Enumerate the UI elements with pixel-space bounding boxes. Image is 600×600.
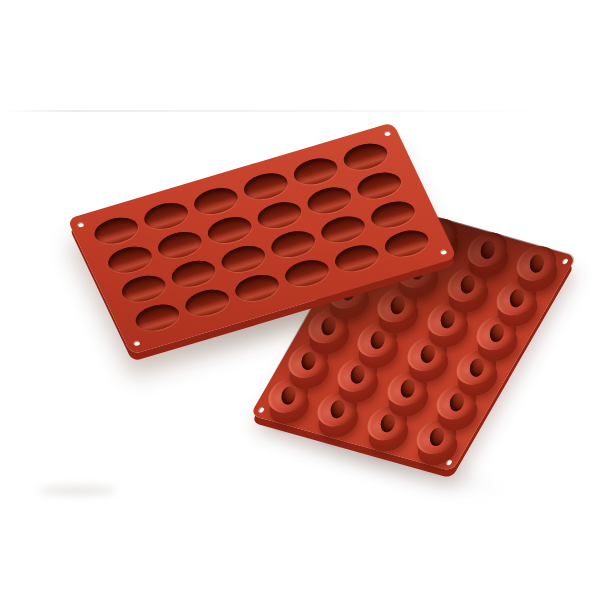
bump-dimple <box>480 240 495 260</box>
mold-cavity <box>153 227 206 262</box>
bump-dimple <box>400 379 415 399</box>
bump-dimple <box>510 289 525 309</box>
mold-cavity <box>303 182 356 217</box>
mold-cavity <box>203 212 256 247</box>
mold-cavity <box>316 211 369 246</box>
bump-dimple <box>460 275 475 295</box>
mold-cavity <box>117 271 170 306</box>
bump-dimple <box>370 330 385 350</box>
bump-dimple <box>420 344 435 364</box>
bump-dimple <box>430 427 445 447</box>
mold-cavity <box>239 168 292 203</box>
mold-cavity <box>181 285 234 320</box>
mold-cavity <box>330 240 383 275</box>
mold-cavity <box>339 139 392 174</box>
mold-cavity <box>189 183 242 218</box>
mold-cavity <box>230 270 283 305</box>
mold-cavity <box>380 225 433 260</box>
bump-dimple <box>390 296 405 316</box>
bump-dimple <box>380 413 395 433</box>
mold-cavity <box>90 213 143 248</box>
product-photo-stage <box>0 0 600 600</box>
backdrop-seam <box>0 110 600 112</box>
mold-cavity <box>289 153 342 188</box>
mold-cavity <box>103 242 156 277</box>
mold-cavity <box>353 168 406 203</box>
bump-dimple <box>330 400 345 420</box>
mold-cavity <box>139 198 192 233</box>
bump-dimple <box>301 351 316 371</box>
mold-cavity <box>253 197 306 232</box>
bump-dimple <box>490 323 505 343</box>
bump-dimple <box>321 316 336 336</box>
bump-dimple <box>350 365 365 385</box>
bump-dimple <box>450 393 465 413</box>
bump-dimple <box>281 386 296 406</box>
mold-cavity <box>167 256 220 291</box>
backdrop-smudge <box>38 486 116 495</box>
mold-cavity <box>267 226 320 261</box>
mold-cavity <box>217 241 270 276</box>
bump-dimple <box>530 254 545 274</box>
mold-cavity <box>131 300 184 335</box>
bump-dimple <box>470 358 485 378</box>
mold-cavity <box>366 196 419 231</box>
mold-cavity <box>280 255 333 290</box>
bump-dimple <box>440 309 455 329</box>
